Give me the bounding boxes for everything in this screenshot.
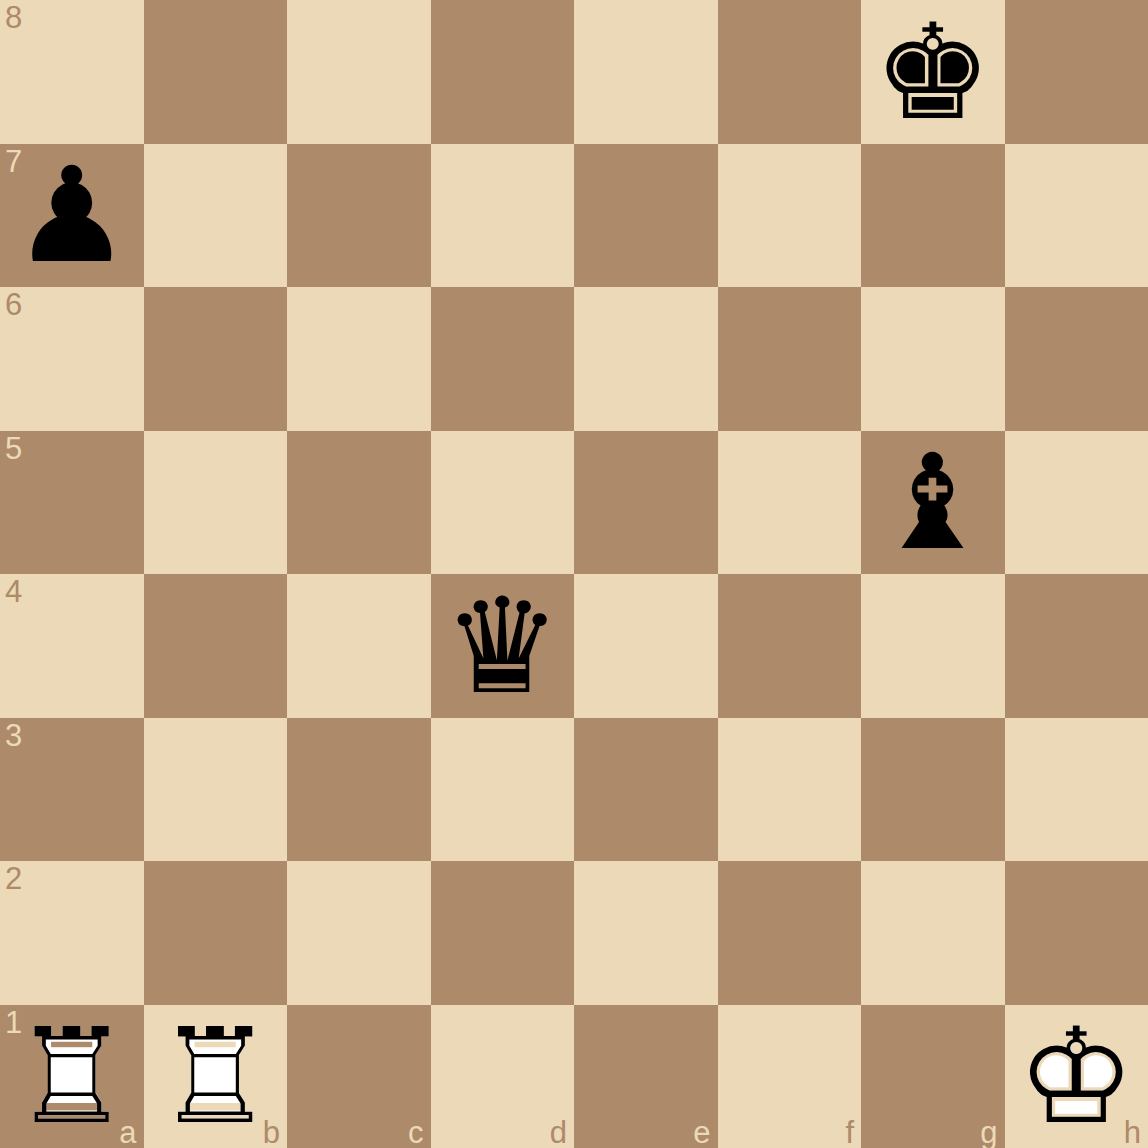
square-g2[interactable]	[861, 861, 1005, 1005]
square-b1[interactable]: b♜♖	[144, 1005, 288, 1148]
square-g6[interactable]	[861, 287, 1005, 431]
black-queen-glyph: ♛	[431, 574, 575, 718]
square-b8[interactable]	[144, 0, 288, 144]
square-e8[interactable]	[574, 0, 718, 144]
square-h4[interactable]	[1005, 574, 1148, 718]
square-f4[interactable]	[718, 574, 862, 718]
square-e4[interactable]	[574, 574, 718, 718]
square-a2[interactable]: 2	[0, 861, 144, 1005]
square-a8[interactable]: 8	[0, 0, 144, 144]
square-h7[interactable]	[1005, 144, 1148, 288]
square-c3[interactable]	[287, 718, 431, 862]
square-h3[interactable]	[1005, 718, 1148, 862]
square-d4[interactable]: ♛	[431, 574, 575, 718]
square-f8[interactable]	[718, 0, 862, 144]
square-c8[interactable]	[287, 0, 431, 144]
black-bishop-glyph: ♝	[861, 431, 1005, 575]
black-queen[interactable]: ♛	[431, 574, 575, 718]
square-b3[interactable]	[144, 718, 288, 862]
square-b5[interactable]	[144, 431, 288, 575]
white-rook[interactable]: ♜♖	[144, 1005, 288, 1148]
square-f3[interactable]	[718, 718, 862, 862]
square-h1[interactable]: h♚♔	[1005, 1005, 1148, 1148]
white-rook-glyph: ♖	[144, 1005, 288, 1148]
square-b4[interactable]	[144, 574, 288, 718]
square-d3[interactable]	[431, 718, 575, 862]
rank-label-5: 5	[5, 432, 22, 466]
rank-label-6: 6	[5, 288, 22, 322]
square-d1[interactable]: d	[431, 1005, 575, 1148]
white-rook[interactable]: ♜♖	[0, 1005, 144, 1148]
square-h6[interactable]	[1005, 287, 1148, 431]
rank-label-8: 8	[5, 1, 22, 35]
square-g4[interactable]	[861, 574, 1005, 718]
file-label-d: d	[550, 1116, 567, 1148]
square-g3[interactable]	[861, 718, 1005, 862]
square-a7[interactable]: 7♟	[0, 144, 144, 288]
square-f5[interactable]	[718, 431, 862, 575]
square-a5[interactable]: 5	[0, 431, 144, 575]
square-f7[interactable]	[718, 144, 862, 288]
square-g7[interactable]	[861, 144, 1005, 288]
square-e5[interactable]	[574, 431, 718, 575]
square-c5[interactable]	[287, 431, 431, 575]
white-rook-glyph: ♖	[0, 1005, 144, 1148]
black-king[interactable]: ♚	[861, 0, 1005, 144]
square-e6[interactable]	[574, 287, 718, 431]
square-a6[interactable]: 6	[0, 287, 144, 431]
rank-label-2: 2	[5, 862, 22, 896]
square-a4[interactable]: 4	[0, 574, 144, 718]
square-g5[interactable]: ♝	[861, 431, 1005, 575]
square-e7[interactable]	[574, 144, 718, 288]
square-h2[interactable]	[1005, 861, 1148, 1005]
file-label-c: c	[408, 1116, 424, 1148]
square-d6[interactable]	[431, 287, 575, 431]
square-b7[interactable]	[144, 144, 288, 288]
square-c2[interactable]	[287, 861, 431, 1005]
square-f6[interactable]	[718, 287, 862, 431]
black-king-glyph: ♚	[861, 0, 1005, 144]
square-g1[interactable]: g	[861, 1005, 1005, 1148]
rank-label-3: 3	[5, 719, 22, 753]
square-e1[interactable]: e	[574, 1005, 718, 1148]
square-c6[interactable]	[287, 287, 431, 431]
white-king-glyph: ♔	[1005, 1005, 1148, 1148]
square-h8[interactable]	[1005, 0, 1148, 144]
square-d7[interactable]	[431, 144, 575, 288]
black-pawn-glyph: ♟	[0, 144, 144, 288]
square-c1[interactable]: c	[287, 1005, 431, 1148]
file-label-g: g	[980, 1116, 997, 1148]
square-d2[interactable]	[431, 861, 575, 1005]
square-g8[interactable]: ♚	[861, 0, 1005, 144]
chess-board: 8♚7♟65♝4♛321a♜♖b♜♖cdefgh♚♔	[0, 0, 1148, 1148]
black-pawn[interactable]: ♟	[0, 144, 144, 288]
file-label-e: e	[693, 1116, 710, 1148]
square-a3[interactable]: 3	[0, 718, 144, 862]
square-h5[interactable]	[1005, 431, 1148, 575]
square-c7[interactable]	[287, 144, 431, 288]
white-king[interactable]: ♚♔	[1005, 1005, 1148, 1148]
file-label-f: f	[845, 1116, 854, 1148]
square-f1[interactable]: f	[718, 1005, 862, 1148]
square-b2[interactable]	[144, 861, 288, 1005]
rank-label-4: 4	[5, 575, 22, 609]
square-c4[interactable]	[287, 574, 431, 718]
square-d5[interactable]	[431, 431, 575, 575]
square-e3[interactable]	[574, 718, 718, 862]
square-f2[interactable]	[718, 861, 862, 1005]
black-bishop[interactable]: ♝	[861, 431, 1005, 575]
square-b6[interactable]	[144, 287, 288, 431]
square-d8[interactable]	[431, 0, 575, 144]
square-a1[interactable]: 1a♜♖	[0, 1005, 144, 1148]
square-e2[interactable]	[574, 861, 718, 1005]
